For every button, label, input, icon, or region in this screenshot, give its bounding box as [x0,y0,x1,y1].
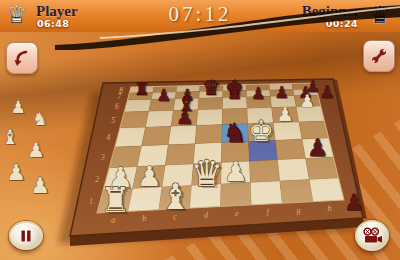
rank-label-1: 1 [89,197,93,206]
piece-black-pawn-e7[interactable]: ♟ [227,84,242,103]
piece-black-queen-d8[interactable]: ♛ [202,76,221,100]
captured-white-knight-1[interactable]: ♞ [32,108,48,129]
movie-camera-icon [361,227,383,245]
captured-black-pawn-2[interactable]: ♟ [344,190,364,215]
square-b5[interactable] [145,111,173,128]
piece-black-pawn-f7[interactable]: ♟ [251,84,266,103]
piece-white-queen-d2[interactable]: ♛ [190,152,223,195]
square-d4[interactable] [195,125,222,144]
captured-black-pawn-1[interactable]: ♟ [319,82,334,102]
undo-button[interactable] [6,42,38,74]
pause-button[interactable] [9,221,43,250]
captured-white-bishop-2[interactable]: ♝ [1,125,19,149]
black-player-time: 00:24 [326,18,358,29]
captured-white-pawn-0[interactable]: ♟ [10,97,25,117]
piece-black-pawn-c5[interactable]: ♟ [176,106,194,129]
piece-white-pawn-h6[interactable]: ♟ [300,91,316,111]
square-a6[interactable] [124,99,151,112]
piece-white-rook-a1[interactable]: ♜ [100,180,131,220]
square-g3[interactable] [275,139,305,160]
piece-black-rook-a8[interactable]: ♜ [134,79,150,99]
rank-label-2: 2 [95,175,99,184]
piece-white-pawn-e2[interactable]: ♟ [223,156,247,187]
piece-black-knight-e4[interactable]: ♞ [223,118,246,148]
square-g1[interactable] [280,180,313,204]
rank-label-3: 3 [100,153,105,162]
rank-label-8: 8 [119,86,123,95]
captured-white-pawn-5[interactable]: ♟ [30,173,50,198]
captured-white-pawn-4[interactable]: ♟ [6,160,26,185]
piece-white-pawn-b2[interactable]: ♟ [137,160,162,193]
rank-label-4: 4 [106,133,110,142]
pause-icon [19,229,33,243]
file-label-e: e [235,208,240,218]
rank-label-6: 6 [115,102,119,111]
square-g2[interactable] [278,158,310,181]
game-screen: abcdefgh12345678♟♟♞♞♝♝♟♟♟♟♟♟♟♟♟♟♟♟♜♜♛♛♚♚… [0,0,400,260]
square-f2[interactable] [249,160,279,183]
square-h1[interactable] [309,178,344,202]
piece-white-king-f4[interactable]: ♚ [248,114,274,148]
undo-arrow-icon [12,48,32,68]
square-b4[interactable] [142,126,172,146]
square-d5[interactable] [197,109,223,125]
piece-white-bishop-c1[interactable]: ♝ [160,176,192,217]
file-label-b: b [142,213,147,223]
piece-white-pawn-g5[interactable]: ♟ [276,103,293,126]
top-bar: ♛♕ Player 06:48 07:12 Beginner 00:24 ♛ [0,0,400,32]
chess-board[interactable]: abcdefgh12345678♟♟♞♞♝♝♟♟♟♟♟♟♟♟♟♟♟♟♜♜♛♛♚♚… [0,0,400,260]
piece-black-pawn-b7[interactable]: ♟ [156,86,171,105]
file-label-h: h [327,203,332,213]
replay-button[interactable] [355,220,389,251]
rank-label-5: 5 [111,116,115,125]
piece-black-pawn-h3[interactable]: ♟ [307,134,328,162]
captured-white-pawn-3[interactable]: ♟ [27,138,45,162]
piece-black-pawn-g7[interactable]: ♟ [275,83,290,102]
black-crown-icon: ♛ [369,1,397,29]
square-f1[interactable] [250,181,282,205]
wrench-icon [369,46,389,66]
file-label-g: g [296,205,301,215]
settings-button[interactable] [363,40,395,72]
